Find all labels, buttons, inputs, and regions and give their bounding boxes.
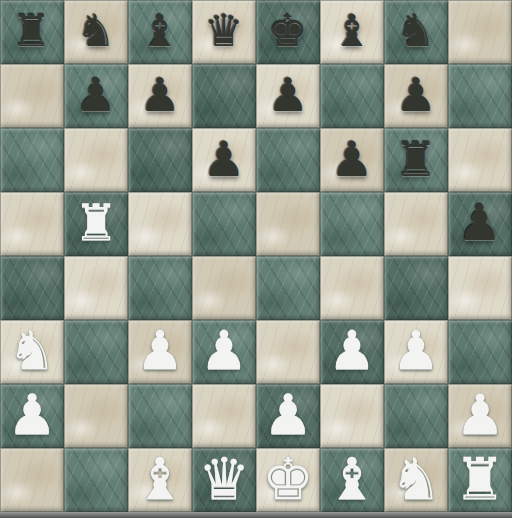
white-bishop[interactable]: ♝: [326, 450, 378, 508]
square-g6[interactable]: ♜: [384, 128, 448, 192]
square-g3[interactable]: ♟: [384, 320, 448, 384]
square-f2[interactable]: [320, 384, 384, 448]
white-pawn[interactable]: ♟: [263, 387, 313, 443]
black-knight[interactable]: ♞: [396, 9, 435, 53]
square-f4[interactable]: [320, 256, 384, 320]
square-d7[interactable]: [192, 64, 256, 128]
white-pawn[interactable]: ♟: [392, 324, 440, 378]
square-h6[interactable]: [448, 128, 512, 192]
square-g4[interactable]: [384, 256, 448, 320]
square-c3[interactable]: ♟: [128, 320, 192, 384]
square-a7[interactable]: [0, 64, 64, 128]
square-g2[interactable]: [384, 384, 448, 448]
black-pawn[interactable]: ♟: [267, 72, 308, 118]
black-queen[interactable]: ♛: [204, 9, 243, 53]
black-rook[interactable]: ♜: [12, 9, 51, 53]
square-e3[interactable]: [256, 320, 320, 384]
square-b7[interactable]: ♟: [64, 64, 128, 128]
square-c6[interactable]: [128, 128, 192, 192]
square-a1[interactable]: [0, 448, 64, 512]
square-d3[interactable]: ♟: [192, 320, 256, 384]
white-pawn[interactable]: ♟: [200, 324, 248, 378]
square-c7[interactable]: ♟: [128, 64, 192, 128]
square-b5[interactable]: ♜: [64, 192, 128, 256]
square-e6[interactable]: [256, 128, 320, 192]
square-h1[interactable]: ♜: [448, 448, 512, 512]
square-e2[interactable]: ♟: [256, 384, 320, 448]
chess-app: ♜♞♝♛♚♝♞♟♟♟♟♟♟♜♜♟♞♟♟♟♟♟♟♟♝♛♚♝♞♜: [0, 0, 512, 518]
white-pawn[interactable]: ♟: [328, 324, 376, 378]
square-c8[interactable]: ♝: [128, 0, 192, 64]
square-f3[interactable]: ♟: [320, 320, 384, 384]
square-h7[interactable]: [448, 64, 512, 128]
black-pawn[interactable]: ♟: [395, 72, 436, 118]
square-g5[interactable]: [384, 192, 448, 256]
square-h5[interactable]: ♟: [448, 192, 512, 256]
black-rook[interactable]: ♜: [394, 135, 437, 183]
black-bishop[interactable]: ♝: [332, 9, 371, 53]
square-c5[interactable]: [128, 192, 192, 256]
square-c1[interactable]: ♝: [128, 448, 192, 512]
white-knight[interactable]: ♞: [390, 450, 442, 508]
white-pawn[interactable]: ♟: [455, 387, 505, 443]
square-f7[interactable]: [320, 64, 384, 128]
square-d2[interactable]: [192, 384, 256, 448]
white-king[interactable]: ♚: [262, 450, 314, 508]
square-f5[interactable]: [320, 192, 384, 256]
square-b3[interactable]: [64, 320, 128, 384]
square-a5[interactable]: [0, 192, 64, 256]
white-queen[interactable]: ♛: [198, 450, 250, 508]
square-a4[interactable]: [0, 256, 64, 320]
white-pawn[interactable]: ♟: [136, 324, 184, 378]
square-a3[interactable]: ♞: [0, 320, 64, 384]
white-bishop[interactable]: ♝: [134, 450, 186, 508]
square-e8[interactable]: ♚: [256, 0, 320, 64]
square-g8[interactable]: ♞: [384, 0, 448, 64]
square-d8[interactable]: ♛: [192, 0, 256, 64]
black-pawn[interactable]: ♟: [458, 198, 503, 248]
black-pawn[interactable]: ♟: [139, 72, 180, 118]
square-a8[interactable]: ♜: [0, 0, 64, 64]
square-e4[interactable]: [256, 256, 320, 320]
square-e5[interactable]: [256, 192, 320, 256]
square-h4[interactable]: [448, 256, 512, 320]
square-a6[interactable]: [0, 128, 64, 192]
black-knight[interactable]: ♞: [76, 9, 115, 53]
white-rook[interactable]: ♜: [74, 198, 119, 248]
square-f6[interactable]: ♟: [320, 128, 384, 192]
square-h3[interactable]: [448, 320, 512, 384]
square-b2[interactable]: [64, 384, 128, 448]
square-b4[interactable]: [64, 256, 128, 320]
black-pawn[interactable]: ♟: [330, 135, 373, 183]
square-b6[interactable]: [64, 128, 128, 192]
square-h8[interactable]: [448, 0, 512, 64]
square-d6[interactable]: ♟: [192, 128, 256, 192]
chess-board: ♜♞♝♛♚♝♞♟♟♟♟♟♟♜♜♟♞♟♟♟♟♟♟♟♝♛♚♝♞♜: [0, 0, 512, 512]
square-g1[interactable]: ♞: [384, 448, 448, 512]
square-d4[interactable]: [192, 256, 256, 320]
square-b8[interactable]: ♞: [64, 0, 128, 64]
square-g7[interactable]: ♟: [384, 64, 448, 128]
square-e1[interactable]: ♚: [256, 448, 320, 512]
square-e7[interactable]: ♟: [256, 64, 320, 128]
square-d5[interactable]: [192, 192, 256, 256]
black-bishop[interactable]: ♝: [140, 9, 179, 53]
black-pawn[interactable]: ♟: [75, 72, 116, 118]
black-pawn[interactable]: ♟: [202, 135, 245, 183]
square-d1[interactable]: ♛: [192, 448, 256, 512]
square-a2[interactable]: ♟: [0, 384, 64, 448]
black-king[interactable]: ♚: [268, 9, 307, 53]
square-c4[interactable]: [128, 256, 192, 320]
square-h2[interactable]: ♟: [448, 384, 512, 448]
white-knight[interactable]: ♞: [8, 324, 56, 378]
square-c2[interactable]: [128, 384, 192, 448]
white-rook[interactable]: ♜: [454, 450, 506, 508]
white-pawn[interactable]: ♟: [7, 387, 57, 443]
square-b1[interactable]: [64, 448, 128, 512]
square-f8[interactable]: ♝: [320, 0, 384, 64]
square-f1[interactable]: ♝: [320, 448, 384, 512]
